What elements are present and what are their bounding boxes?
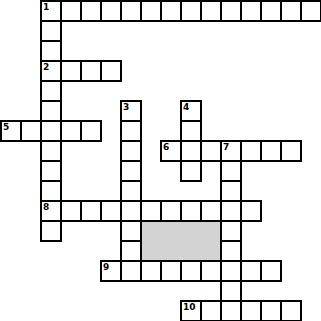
clue-number-5: 5 (3, 123, 9, 132)
clue-number-9: 9 (103, 263, 109, 272)
crossword-cell-r6c2[interactable] (40, 120, 62, 142)
clue-number-10: 10 (183, 303, 196, 312)
crossword-cell-r0c7[interactable] (140, 0, 162, 22)
crossword-cell-r15c12[interactable] (240, 300, 262, 321)
crossword-cell-r13c8[interactable] (160, 260, 182, 282)
crossword-cell-r5c6[interactable]: 3 (120, 100, 142, 122)
crossword-cell-r0c10[interactable] (200, 0, 222, 22)
crossword-cell-r0c5[interactable] (100, 0, 122, 22)
crossword-cell-r8c6[interactable] (120, 160, 142, 182)
crossword-cell-r8c2[interactable] (40, 160, 62, 182)
crossword-cell-r5c9[interactable]: 4 (180, 100, 202, 122)
crossword-cell-r6c9[interactable] (180, 120, 202, 142)
crossword-cell-r8c11[interactable] (220, 160, 242, 182)
clue-number-7: 7 (223, 143, 229, 152)
crossword-cell-r15c14[interactable] (280, 300, 302, 321)
crossword-cell-r3c2[interactable]: 2 (40, 60, 62, 82)
crossword-cell-r6c3[interactable] (60, 120, 82, 142)
crossword-cell-r11c2[interactable] (40, 220, 62, 242)
clue-number-3: 3 (123, 103, 129, 112)
crossword-cell-r0c3[interactable] (60, 0, 82, 22)
crossword-cell-r0c13[interactable] (260, 0, 282, 22)
crossword-cell-r13c12[interactable] (240, 260, 262, 282)
crossword-cell-r10c6[interactable] (120, 200, 142, 222)
crossword-cell-r7c13[interactable] (260, 140, 282, 162)
clue-number-8: 8 (43, 203, 49, 212)
clue-number-2: 2 (43, 63, 49, 72)
crossword-cell-r7c6[interactable] (120, 140, 142, 162)
crossword-cell-r7c8[interactable]: 6 (160, 140, 182, 162)
crossword-cell-r0c2[interactable]: 1 (40, 0, 62, 22)
crossword-cell-r0c11[interactable] (220, 0, 242, 22)
crossword-cell-r11c11[interactable] (220, 220, 242, 242)
crossword-cell-r10c7[interactable] (140, 200, 162, 222)
crossword-cell-r13c7[interactable] (140, 260, 162, 282)
crossword-cell-r7c10[interactable] (200, 140, 222, 162)
crossword-cell-r10c3[interactable] (60, 200, 82, 222)
crossword-cell-r8c9[interactable] (180, 160, 202, 182)
crossword-cell-r15c13[interactable] (260, 300, 282, 321)
crossword-cell-r10c10[interactable] (200, 200, 222, 222)
clue-number-6: 6 (163, 143, 169, 152)
crossword-cell-r10c12[interactable] (240, 200, 262, 222)
crossword-cell-r0c4[interactable] (80, 0, 102, 22)
crossword-cell-r14c11[interactable] (220, 280, 242, 302)
crossword-cell-r9c2[interactable] (40, 180, 62, 202)
crossword-cell-r10c8[interactable] (160, 200, 182, 222)
crossword-cell-r7c9[interactable] (180, 140, 202, 162)
crossword-cell-r15c10[interactable] (200, 300, 222, 321)
crossword-cell-r6c0[interactable]: 5 (0, 120, 22, 142)
crossword-cell-r0c15[interactable] (300, 0, 321, 22)
crossword-cell-r2c2[interactable] (40, 40, 62, 62)
crossword-cell-r0c9[interactable] (180, 0, 202, 22)
crossword-cell-r10c5[interactable] (100, 200, 122, 222)
crossword-cell-r0c6[interactable] (120, 0, 142, 22)
crossword-cell-r3c5[interactable] (100, 60, 122, 82)
crossword-cell-r0c14[interactable] (280, 0, 302, 22)
crossword-cell-r9c11[interactable] (220, 180, 242, 202)
crossword-cell-r6c6[interactable] (120, 120, 142, 142)
crossword-cell-r0c8[interactable] (160, 0, 182, 22)
crossword-cell-r12c6[interactable] (120, 240, 142, 262)
crossword-cell-r1c2[interactable] (40, 20, 62, 42)
crossword-cell-r10c2[interactable]: 8 (40, 200, 62, 222)
crossword-cell-r13c6[interactable] (120, 260, 142, 282)
crossword-cell-r15c9[interactable]: 10 (180, 300, 202, 321)
crossword-cell-r5c2[interactable] (40, 100, 62, 122)
crossword-cell-r0c12[interactable] (240, 0, 262, 22)
crossword-cell-r3c3[interactable] (60, 60, 82, 82)
clue-number-4: 4 (183, 103, 189, 112)
crossword-cell-r12c11[interactable] (220, 240, 242, 262)
crossword-cell-r6c4[interactable] (80, 120, 102, 142)
crossword-cell-r13c10[interactable] (200, 260, 222, 282)
crossword-cell-r10c9[interactable] (180, 200, 202, 222)
crossword-cell-r3c4[interactable] (80, 60, 102, 82)
crossword-cell-r13c11[interactable] (220, 260, 242, 282)
crossword-cell-r6c1[interactable] (20, 120, 42, 142)
crossword-cell-r7c2[interactable] (40, 140, 62, 162)
crossword-cell-r10c4[interactable] (80, 200, 102, 222)
crossword-cell-r10c11[interactable] (220, 200, 242, 222)
crossword-cell-r7c14[interactable] (280, 140, 302, 162)
crossword-cell-r13c5[interactable]: 9 (100, 260, 122, 282)
gray-blocked-region (140, 220, 222, 262)
crossword-cell-r7c11[interactable]: 7 (220, 140, 242, 162)
crossword-cell-r7c12[interactable] (240, 140, 262, 162)
crossword-cell-r4c2[interactable] (40, 80, 62, 102)
crossword-cell-r9c6[interactable] (120, 180, 142, 202)
clue-number-1: 1 (43, 3, 49, 12)
crossword-cell-r11c6[interactable] (120, 220, 142, 242)
crossword-cell-r15c11[interactable] (220, 300, 242, 321)
crossword-board: 12345678910 (0, 0, 321, 321)
crossword-cell-r13c13[interactable] (260, 260, 282, 282)
crossword-cell-r13c9[interactable] (180, 260, 202, 282)
